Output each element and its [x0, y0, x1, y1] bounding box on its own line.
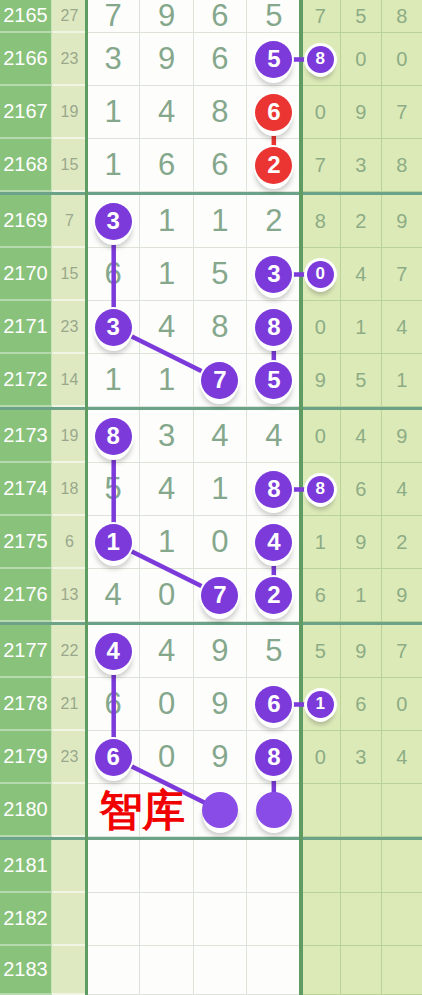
draw-digit-cell: 1 [140, 516, 193, 569]
side-digit-cell [382, 893, 422, 946]
sum-cell: 23 [52, 731, 87, 784]
period-cell: 2172 [0, 354, 52, 407]
period-cell: 2180 [0, 784, 52, 837]
red-number-circle: 6 [255, 94, 292, 131]
side-digit-cell: 9 [382, 410, 422, 463]
side-digit-cell: 1 [341, 301, 382, 354]
draw-digit-cell: 7 [194, 354, 247, 407]
draw-digit-cell [140, 893, 193, 946]
purple-number-circle: 1 [95, 524, 132, 561]
side-digit-cell: 4 [341, 248, 382, 301]
purple-number-circle: 8 [307, 46, 334, 73]
grid-row-2166: 2166233965800 [0, 33, 422, 86]
draw-digit-cell [247, 946, 300, 995]
period-cell: 2174 [0, 463, 52, 516]
draw-digit-cell: 6 [194, 0, 247, 33]
draw-digit-cell: 0 [140, 678, 193, 731]
period-cell: 2181 [0, 840, 52, 893]
period-cell: 2170 [0, 248, 52, 301]
side-digit-cell: 1 [301, 516, 342, 569]
draw-digit-cell: 5 [247, 354, 300, 407]
side-digit-cell: 5 [341, 354, 382, 407]
side-digit-cell: 2 [341, 195, 382, 248]
grid-row-2174: 2174185418864 [0, 463, 422, 516]
grid-row-2182: 2182 [0, 893, 422, 946]
draw-digit-cell: 4 [140, 86, 193, 139]
main-grid-left-border [85, 0, 88, 995]
draw-digit-cell: 0 [194, 516, 247, 569]
purple-number-circle: 5 [255, 362, 292, 399]
draw-digit-cell: 4 [140, 301, 193, 354]
draw-digit-cell [87, 840, 140, 893]
draw-digit-cell: 3 [140, 410, 193, 463]
draw-digit-cell: 1 [87, 354, 140, 407]
side-digit-cell: 9 [382, 569, 422, 622]
side-digit-cell: 0 [382, 33, 422, 86]
lottery-trend-chart-board[interactable]: 2165277965758216623396580021671914860972… [0, 0, 422, 995]
sum-cell: 27 [52, 0, 87, 33]
draw-digit-cell: 5 [194, 248, 247, 301]
draw-digit-cell: 5 [87, 463, 140, 516]
side-digit-cell: 7 [382, 248, 422, 301]
draw-digit-cell [87, 893, 140, 946]
draw-digit-cell: 6 [247, 678, 300, 731]
draw-digit-cell: 3 [87, 195, 140, 248]
side-digit-cell [341, 840, 382, 893]
purple-number-circle: 4 [255, 524, 292, 561]
draw-digit-cell: 6 [87, 248, 140, 301]
side-digit-cell: 8 [301, 33, 342, 86]
draw-digit-cell: 9 [140, 33, 193, 86]
sum-cell: 19 [52, 86, 87, 139]
purple-number-circle: 5 [255, 41, 292, 78]
side-digit-cell [341, 893, 382, 946]
side-digit-cell: 7 [301, 139, 342, 192]
draw-digit-cell [140, 840, 193, 893]
draw-digit-cell: 6 [194, 139, 247, 192]
sum-cell: 22 [52, 625, 87, 678]
draw-digit-cell: 8 [87, 410, 140, 463]
grid-row-2180: 2180智库 [0, 784, 422, 837]
side-digit-cell: 5 [301, 625, 342, 678]
draw-digit-cell: 7 [194, 569, 247, 622]
purple-number-circle: 3 [255, 256, 292, 293]
purple-number-circle: 6 [255, 686, 292, 723]
side-digit-cell [301, 840, 342, 893]
draw-digit-cell: 4 [247, 410, 300, 463]
period-cell: 2171 [0, 301, 52, 354]
grid-row-2171: 2171233488014 [0, 301, 422, 354]
purple-number-circle: 8 [307, 476, 334, 503]
side-digit-cell: 9 [341, 625, 382, 678]
sum-cell: 23 [52, 33, 87, 86]
purple-number-circle: 8 [95, 418, 132, 455]
sum-cell [52, 893, 87, 946]
predicted-dot-marker [256, 792, 292, 828]
grid-row-2183: 2183 [0, 946, 422, 995]
grid-row-2179: 2179236098034 [0, 731, 422, 784]
side-digit-cell [301, 946, 342, 995]
draw-digit-cell [87, 946, 140, 995]
grid-row-2170: 2170156153047 [0, 248, 422, 301]
sum-cell: 13 [52, 569, 87, 622]
side-digit-cell: 1 [341, 569, 382, 622]
draw-digit-cell: 4 [140, 463, 193, 516]
draw-digit-cell: 5 [247, 0, 300, 33]
draw-digit-cell [194, 784, 247, 837]
side-digit-cell: 0 [301, 731, 342, 784]
draw-digit-cell: 7 [87, 0, 140, 33]
side-digit-cell: 9 [382, 195, 422, 248]
side-digit-cell: 0 [301, 301, 342, 354]
draw-digit-cell: 4 [140, 625, 193, 678]
sum-cell: 7 [52, 195, 87, 248]
sum-cell [52, 840, 87, 893]
period-cell: 2166 [0, 33, 52, 86]
sum-cell: 19 [52, 410, 87, 463]
draw-digit-cell: 6 [140, 139, 193, 192]
draw-digit-cell: 6 [87, 731, 140, 784]
draw-digit-cell: 4 [87, 569, 140, 622]
draw-digit-cell: 6 [87, 678, 140, 731]
sum-cell: 6 [52, 516, 87, 569]
draw-digit-cell: 1 [140, 248, 193, 301]
period-cell: 2165 [0, 0, 52, 33]
grid-row-2165: 2165277965758 [0, 0, 422, 33]
period-cell: 2178 [0, 678, 52, 731]
draw-digit-cell: 2 [247, 139, 300, 192]
draw-digit-cell: 4 [194, 410, 247, 463]
period-cell: 2169 [0, 195, 52, 248]
period-cell: 2182 [0, 893, 52, 946]
side-digit-cell: 7 [382, 86, 422, 139]
draw-digit-cell: 9 [140, 0, 193, 33]
purple-number-circle: 1 [307, 691, 334, 718]
purple-number-circle: 3 [95, 309, 132, 346]
side-digit-cell [382, 784, 422, 837]
grid-row-2172: 2172141175951 [0, 354, 422, 407]
side-digit-cell: 0 [341, 33, 382, 86]
zhiku-watermark-label: 智库 [86, 784, 198, 837]
side-digit-cell: 6 [341, 678, 382, 731]
purple-number-circle: 0 [307, 261, 334, 288]
draw-digit-cell: 3 [87, 33, 140, 86]
purple-number-circle: 2 [255, 577, 292, 614]
draw-digit-cell: 1 [140, 195, 193, 248]
grid-row-2176: 2176134072619 [0, 569, 422, 622]
side-digit-cell: 7 [382, 625, 422, 678]
draw-digit-cell [247, 893, 300, 946]
draw-digit-cell: 8 [247, 301, 300, 354]
predicted-dot-marker [202, 792, 238, 828]
side-digit-cell: 8 [301, 463, 342, 516]
side-digit-cell: 0 [301, 86, 342, 139]
sum-cell: 18 [52, 463, 87, 516]
draw-digit-cell: 6 [194, 33, 247, 86]
draw-digit-cell: 9 [194, 625, 247, 678]
side-digit-cell: 9 [341, 86, 382, 139]
draw-digit-cell [194, 946, 247, 995]
side-digit-cell: 6 [301, 569, 342, 622]
side-digit-cell: 3 [341, 139, 382, 192]
period-cell: 2177 [0, 625, 52, 678]
draw-digit-cell: 1 [87, 139, 140, 192]
group-divider [0, 837, 422, 840]
grid-row-2178: 2178216096160 [0, 678, 422, 731]
main-grid-right-border [299, 0, 303, 995]
grid-row-2175: 217561104192 [0, 516, 422, 569]
side-digit-cell: 7 [301, 0, 342, 33]
group-divider [0, 407, 422, 410]
draw-digit-cell: 3 [247, 248, 300, 301]
sum-cell: 15 [52, 139, 87, 192]
draw-digit-cell [140, 946, 193, 995]
draw-digit-cell: 1 [194, 463, 247, 516]
grid-row-2168: 2168151662738 [0, 139, 422, 192]
draw-digit-cell: 6 [247, 86, 300, 139]
sum-cell: 23 [52, 301, 87, 354]
draw-digit-cell: 4 [87, 625, 140, 678]
grid-row-2169: 216973112829 [0, 195, 422, 248]
draw-digit-cell: 1 [87, 516, 140, 569]
side-digit-cell: 5 [341, 0, 382, 33]
side-digit-cell: 2 [382, 516, 422, 569]
draw-digit-cell: 3 [87, 301, 140, 354]
grid-row-2177: 2177224495597 [0, 625, 422, 678]
period-cell: 2176 [0, 569, 52, 622]
draw-digit-cell [247, 784, 300, 837]
draw-digit-cell [194, 893, 247, 946]
draw-digit-cell: 1 [140, 354, 193, 407]
purple-number-circle: 7 [201, 362, 238, 399]
red-number-circle: 2 [255, 147, 292, 184]
draw-digit-cell: 0 [140, 731, 193, 784]
side-digit-cell: 9 [301, 354, 342, 407]
side-digit-cell: 6 [341, 463, 382, 516]
group-divider [0, 622, 422, 625]
side-digit-cell [301, 784, 342, 837]
purple-number-circle: 8 [255, 471, 292, 508]
purple-number-circle: 6 [95, 739, 132, 776]
sum-cell: 14 [52, 354, 87, 407]
side-digit-cell: 0 [301, 248, 342, 301]
draw-digit-cell: 8 [194, 301, 247, 354]
side-digit-cell: 0 [382, 678, 422, 731]
side-digit-cell [382, 840, 422, 893]
draw-digit-cell [247, 840, 300, 893]
draw-digit-cell: 5 [247, 625, 300, 678]
draw-digit-cell [194, 840, 247, 893]
draw-digit-cell: 1 [87, 86, 140, 139]
draw-digit-cell: 8 [194, 86, 247, 139]
period-cell: 2173 [0, 410, 52, 463]
grid-row-2173: 2173198344049 [0, 410, 422, 463]
side-digit-cell [301, 893, 342, 946]
side-digit-cell: 3 [341, 731, 382, 784]
period-cell: 2183 [0, 946, 52, 995]
draw-digit-cell: 2 [247, 195, 300, 248]
purple-number-circle: 8 [255, 309, 292, 346]
draw-digit-cell: 1 [194, 195, 247, 248]
side-digit-cell [382, 946, 422, 995]
draw-digit-cell: 4 [247, 516, 300, 569]
side-digit-cell: 0 [301, 410, 342, 463]
side-digit-cell: 8 [301, 195, 342, 248]
purple-number-circle: 4 [95, 633, 132, 670]
draw-digit-cell: 5 [247, 33, 300, 86]
side-digit-cell: 1 [382, 354, 422, 407]
draw-digit-cell: 0 [140, 569, 193, 622]
draw-digit-cell: 8 [247, 731, 300, 784]
side-digit-cell: 1 [301, 678, 342, 731]
side-digit-cell: 4 [382, 463, 422, 516]
grid-row-2181: 2181 [0, 840, 422, 893]
purple-number-circle: 8 [255, 739, 292, 776]
side-digit-cell: 8 [382, 139, 422, 192]
sum-cell [52, 784, 87, 837]
side-digit-cell: 4 [382, 301, 422, 354]
side-digit-cell [341, 784, 382, 837]
sum-cell: 21 [52, 678, 87, 731]
grid-row-2167: 2167191486097 [0, 86, 422, 139]
side-digit-cell: 4 [341, 410, 382, 463]
side-digit-cell: 9 [341, 516, 382, 569]
side-digit-cell: 8 [382, 0, 422, 33]
sum-cell [52, 946, 87, 995]
period-cell: 2168 [0, 139, 52, 192]
purple-number-circle: 7 [201, 577, 238, 614]
period-cell: 2179 [0, 731, 52, 784]
draw-digit-cell: 2 [247, 569, 300, 622]
sum-cell: 15 [52, 248, 87, 301]
side-digit-cell [341, 946, 382, 995]
group-divider [0, 192, 422, 195]
purple-number-circle: 3 [95, 203, 132, 240]
draw-digit-cell: 9 [194, 731, 247, 784]
period-cell: 2167 [0, 86, 52, 139]
draw-digit-cell: 8 [247, 463, 300, 516]
period-cell: 2175 [0, 516, 52, 569]
side-digit-cell: 4 [382, 731, 422, 784]
draw-digit-cell: 9 [194, 678, 247, 731]
